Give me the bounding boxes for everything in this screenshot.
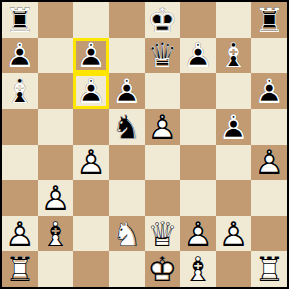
square-f6[interactable] — [180, 73, 216, 109]
square-g7[interactable]: ♝♗ — [216, 38, 252, 74]
chess-board-container: ♜♖♚♔♜♖♟♙♟♙♛♕♟♙♝♗♝♗♟♙♟♙♟♙♞♘♟♙♟♙♟♙♟♙♟♙♟♙♝♗… — [0, 0, 289, 289]
square-e6[interactable] — [145, 73, 181, 109]
square-b8[interactable] — [38, 2, 74, 38]
square-c6[interactable]: ♟♙ — [73, 73, 109, 109]
square-b2[interactable]: ♝♗ — [38, 216, 74, 252]
square-d6[interactable]: ♟♙ — [109, 73, 145, 109]
black-pawn-icon[interactable]: ♟♙ — [2, 38, 38, 74]
square-d7[interactable] — [109, 38, 145, 74]
square-d4[interactable] — [109, 145, 145, 181]
black-rook-icon[interactable]: ♜♖ — [2, 2, 38, 38]
white-rook-icon[interactable]: ♜♖ — [251, 251, 287, 287]
square-g3[interactable] — [216, 180, 252, 216]
white-pawn-icon[interactable]: ♟♙ — [180, 216, 216, 252]
white-pawn-icon[interactable]: ♟♙ — [2, 216, 38, 252]
square-d1[interactable] — [109, 251, 145, 287]
square-h8[interactable]: ♜♖ — [251, 2, 287, 38]
square-h2[interactable] — [251, 216, 287, 252]
black-pawn-icon[interactable]: ♟♙ — [73, 38, 109, 74]
white-knight-icon[interactable]: ♞♘ — [109, 216, 145, 252]
square-e4[interactable] — [145, 145, 181, 181]
square-c5[interactable] — [73, 109, 109, 145]
square-c3[interactable] — [73, 180, 109, 216]
square-b1[interactable] — [38, 251, 74, 287]
square-h1[interactable]: ♜♖ — [251, 251, 287, 287]
square-d5[interactable]: ♞♘ — [109, 109, 145, 145]
square-e7[interactable]: ♛♕ — [145, 38, 181, 74]
black-bishop-icon[interactable]: ♝♗ — [2, 73, 38, 109]
square-h5[interactable] — [251, 109, 287, 145]
square-a7[interactable]: ♟♙ — [2, 38, 38, 74]
square-g8[interactable] — [216, 2, 252, 38]
white-pawn-icon[interactable]: ♟♙ — [145, 109, 181, 145]
square-e3[interactable] — [145, 180, 181, 216]
square-e2[interactable]: ♛♕ — [145, 216, 181, 252]
square-d8[interactable] — [109, 2, 145, 38]
white-bishop-icon[interactable]: ♝♗ — [38, 216, 74, 252]
square-a3[interactable] — [2, 180, 38, 216]
square-a1[interactable]: ♜♖ — [2, 251, 38, 287]
square-a5[interactable] — [2, 109, 38, 145]
square-a8[interactable]: ♜♖ — [2, 2, 38, 38]
square-a4[interactable] — [2, 145, 38, 181]
white-pawn-icon[interactable]: ♟♙ — [251, 145, 287, 181]
black-pawn-icon[interactable]: ♟♙ — [216, 109, 252, 145]
black-king-icon[interactable]: ♚♔ — [145, 2, 181, 38]
square-g1[interactable] — [216, 251, 252, 287]
white-king-icon[interactable]: ♚♔ — [145, 251, 181, 287]
white-queen-icon[interactable]: ♛♕ — [145, 216, 181, 252]
square-b7[interactable] — [38, 38, 74, 74]
square-g2[interactable]: ♟♙ — [216, 216, 252, 252]
square-g6[interactable] — [216, 73, 252, 109]
square-h3[interactable] — [251, 180, 287, 216]
square-c4[interactable]: ♟♙ — [73, 145, 109, 181]
square-e1[interactable]: ♚♔ — [145, 251, 181, 287]
black-knight-icon[interactable]: ♞♘ — [109, 109, 145, 145]
square-f3[interactable] — [180, 180, 216, 216]
square-c7[interactable]: ♟♙ — [73, 38, 109, 74]
white-bishop-icon[interactable]: ♝♗ — [180, 251, 216, 287]
square-d2[interactable]: ♞♘ — [109, 216, 145, 252]
square-f5[interactable] — [180, 109, 216, 145]
square-g5[interactable]: ♟♙ — [216, 109, 252, 145]
black-pawn-icon[interactable]: ♟♙ — [180, 38, 216, 74]
white-pawn-icon[interactable]: ♟♙ — [73, 145, 109, 181]
black-pawn-icon[interactable]: ♟♙ — [73, 73, 109, 109]
square-b3[interactable]: ♟♙ — [38, 180, 74, 216]
square-h4[interactable]: ♟♙ — [251, 145, 287, 181]
square-f7[interactable]: ♟♙ — [180, 38, 216, 74]
square-h7[interactable] — [251, 38, 287, 74]
black-pawn-icon[interactable]: ♟♙ — [251, 73, 287, 109]
black-bishop-icon[interactable]: ♝♗ — [216, 38, 252, 74]
square-f8[interactable] — [180, 2, 216, 38]
square-c1[interactable] — [73, 251, 109, 287]
square-h6[interactable]: ♟♙ — [251, 73, 287, 109]
square-e8[interactable]: ♚♔ — [145, 2, 181, 38]
square-c8[interactable] — [73, 2, 109, 38]
square-f2[interactable]: ♟♙ — [180, 216, 216, 252]
square-c2[interactable] — [73, 216, 109, 252]
square-f1[interactable]: ♝♗ — [180, 251, 216, 287]
square-a6[interactable]: ♝♗ — [2, 73, 38, 109]
square-d3[interactable] — [109, 180, 145, 216]
black-queen-icon[interactable]: ♛♕ — [145, 38, 181, 74]
square-g4[interactable] — [216, 145, 252, 181]
chess-board: ♜♖♚♔♜♖♟♙♟♙♛♕♟♙♝♗♝♗♟♙♟♙♟♙♞♘♟♙♟♙♟♙♟♙♟♙♟♙♝♗… — [0, 0, 289, 289]
square-f4[interactable] — [180, 145, 216, 181]
white-pawn-icon[interactable]: ♟♙ — [38, 180, 74, 216]
square-a2[interactable]: ♟♙ — [2, 216, 38, 252]
square-b5[interactable] — [38, 109, 74, 145]
white-rook-icon[interactable]: ♜♖ — [2, 251, 38, 287]
black-rook-icon[interactable]: ♜♖ — [251, 2, 287, 38]
square-e5[interactable]: ♟♙ — [145, 109, 181, 145]
black-pawn-icon[interactable]: ♟♙ — [109, 73, 145, 109]
white-pawn-icon[interactable]: ♟♙ — [216, 216, 252, 252]
square-b6[interactable] — [38, 73, 74, 109]
square-b4[interactable] — [38, 145, 74, 181]
